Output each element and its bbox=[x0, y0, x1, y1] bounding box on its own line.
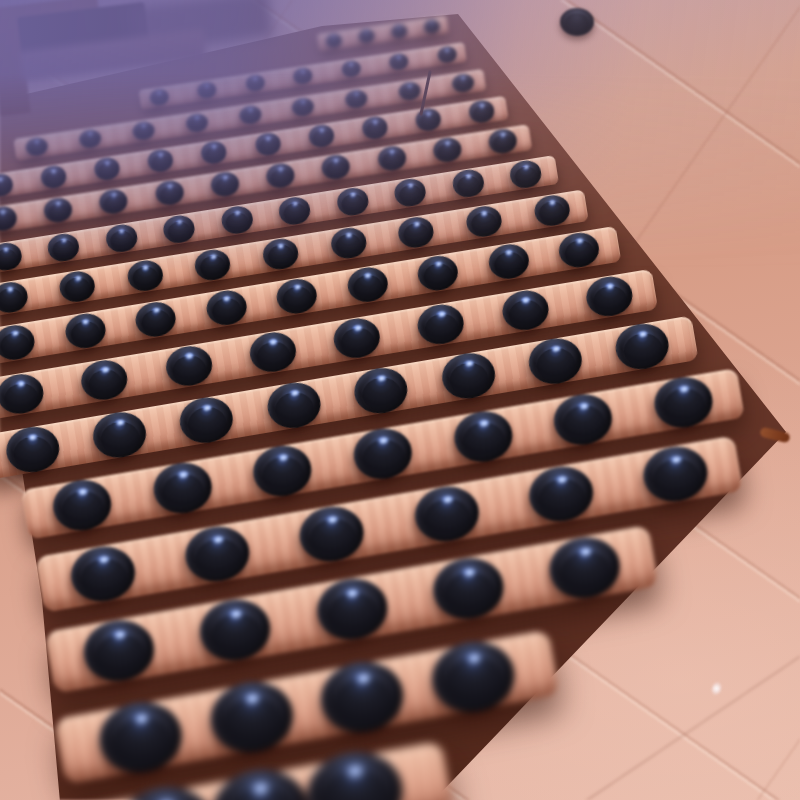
stone-glyph: ● bbox=[50, 480, 114, 531]
stone-glyph: ● bbox=[344, 89, 368, 108]
stone-glyph: ● bbox=[131, 121, 155, 140]
stone-glyph: ● bbox=[345, 267, 389, 302]
stone: ● bbox=[131, 120, 156, 142]
stone: ● bbox=[499, 287, 551, 333]
stone-glyph: ● bbox=[301, 750, 407, 800]
stone: ● bbox=[415, 253, 460, 293]
stone: ● bbox=[0, 241, 23, 272]
stone: ● bbox=[200, 140, 228, 165]
stone-glyph: ● bbox=[411, 486, 482, 543]
stone: ● bbox=[415, 301, 467, 347]
stone-glyph: ● bbox=[525, 466, 596, 523]
stone: ● bbox=[63, 311, 108, 351]
stone-glyph: ● bbox=[468, 101, 495, 123]
stone-glyph: ● bbox=[398, 82, 422, 101]
stone-glyph: ● bbox=[317, 661, 408, 734]
stone-glyph: ● bbox=[329, 228, 368, 259]
stone-glyph: ● bbox=[526, 337, 585, 384]
stone: ● bbox=[556, 230, 601, 270]
stone: ● bbox=[93, 156, 121, 181]
stone-glyph: ● bbox=[275, 279, 319, 314]
stone: ● bbox=[177, 393, 237, 446]
stone: ● bbox=[316, 655, 409, 738]
stone: ● bbox=[320, 153, 351, 181]
stone-glyph: ● bbox=[352, 367, 411, 414]
stone: ● bbox=[486, 242, 531, 282]
stone: ● bbox=[344, 88, 369, 110]
stone-glyph: ● bbox=[162, 215, 196, 242]
stone: ● bbox=[550, 390, 615, 448]
stone-glyph: ● bbox=[351, 428, 415, 479]
stone: ● bbox=[43, 196, 74, 224]
stone-glyph: ● bbox=[0, 373, 46, 413]
stone-glyph: ● bbox=[147, 150, 174, 172]
stone-glyph: ● bbox=[432, 138, 463, 162]
stone: ● bbox=[274, 276, 319, 316]
stone-glyph: ● bbox=[78, 129, 102, 148]
stone: ● bbox=[427, 635, 520, 718]
stone: ● bbox=[162, 213, 197, 244]
stone: ● bbox=[358, 28, 376, 44]
stone: ● bbox=[487, 127, 518, 155]
stone: ● bbox=[94, 696, 187, 779]
stone-glyph: ● bbox=[46, 234, 80, 261]
stone: ● bbox=[340, 60, 361, 79]
stone-glyph: ● bbox=[265, 164, 296, 188]
stone: ● bbox=[451, 167, 486, 198]
stone-glyph: ● bbox=[416, 304, 467, 344]
stone: ● bbox=[613, 319, 673, 372]
stone: ● bbox=[0, 280, 29, 315]
stone-glyph: ● bbox=[393, 179, 427, 206]
stone: ● bbox=[147, 148, 175, 173]
stone-glyph: ● bbox=[80, 620, 158, 682]
stone: ● bbox=[397, 80, 422, 102]
stone-glyph: ● bbox=[336, 188, 370, 215]
stone-glyph: ● bbox=[0, 325, 37, 360]
stone-glyph: ● bbox=[210, 172, 241, 196]
stone-glyph: ● bbox=[250, 445, 314, 496]
stone: ● bbox=[98, 188, 129, 216]
stone: ● bbox=[335, 186, 370, 217]
stone-glyph: ● bbox=[546, 537, 624, 599]
stone: ● bbox=[79, 615, 158, 686]
stone: ● bbox=[205, 676, 298, 759]
stone: ● bbox=[0, 323, 37, 363]
stone-glyph: ● bbox=[451, 411, 515, 462]
stone: ● bbox=[0, 370, 46, 416]
stone: ● bbox=[0, 173, 14, 198]
stone: ● bbox=[39, 165, 67, 190]
stone-glyph: ● bbox=[0, 174, 13, 196]
stone-glyph: ● bbox=[43, 198, 74, 222]
stone: ● bbox=[325, 33, 343, 49]
stone: ● bbox=[184, 112, 209, 134]
stone-glyph: ● bbox=[95, 701, 186, 774]
stone-glyph: ● bbox=[194, 250, 233, 281]
stone: ● bbox=[410, 482, 482, 547]
stone: ● bbox=[67, 542, 139, 607]
stone-glyph: ● bbox=[247, 332, 298, 372]
stone: ● bbox=[254, 132, 282, 157]
stone-glyph: ● bbox=[613, 323, 672, 370]
photo-stage: ●●●●●●●●●●●●●●●●●●●●●●●●●●●●●●●●●●●●●●●●… bbox=[0, 0, 800, 800]
stone: ● bbox=[296, 502, 368, 567]
stone: ● bbox=[90, 408, 150, 461]
stone-glyph: ● bbox=[451, 169, 485, 196]
stone-glyph: ● bbox=[308, 125, 335, 147]
stone: ● bbox=[350, 425, 415, 483]
stone-glyph: ● bbox=[292, 68, 313, 84]
stone: ● bbox=[428, 553, 507, 624]
stone: ● bbox=[532, 193, 571, 228]
stray-stone-glyph: ● bbox=[560, 10, 594, 34]
stone-glyph: ● bbox=[254, 133, 281, 155]
stone-glyph: ● bbox=[90, 411, 149, 458]
stone: ● bbox=[545, 532, 624, 603]
stone: ● bbox=[376, 145, 407, 173]
stone-glyph: ● bbox=[204, 290, 248, 325]
stone: ● bbox=[247, 329, 299, 375]
stone-glyph: ● bbox=[429, 557, 507, 619]
stone-walkway-mat: ●●●●●●●●●●●●●●●●●●●●●●●●●●●●●●●●●●●●●●●●… bbox=[0, 0, 800, 800]
stone-glyph: ● bbox=[397, 217, 436, 248]
stone: ● bbox=[436, 45, 457, 64]
stone-glyph: ● bbox=[98, 189, 129, 213]
stone-glyph: ● bbox=[423, 20, 440, 34]
stone-glyph: ● bbox=[0, 207, 18, 231]
stone-glyph: ● bbox=[0, 243, 23, 270]
stone: ● bbox=[154, 179, 185, 207]
stone: ● bbox=[277, 195, 312, 226]
stone: ● bbox=[438, 349, 498, 402]
stone: ● bbox=[133, 299, 178, 339]
stone-glyph: ● bbox=[182, 526, 253, 583]
stone: ● bbox=[583, 273, 635, 319]
stone-glyph: ● bbox=[584, 276, 635, 316]
stone: ● bbox=[58, 269, 97, 304]
stone-glyph: ● bbox=[261, 239, 300, 270]
stone: ● bbox=[264, 378, 324, 431]
stone-glyph: ● bbox=[500, 290, 551, 330]
stone-glyph: ● bbox=[358, 29, 375, 43]
stone: ● bbox=[49, 476, 114, 534]
stone: ● bbox=[509, 158, 544, 189]
stone-glyph: ● bbox=[207, 768, 313, 800]
stone: ● bbox=[193, 247, 232, 282]
stone: ● bbox=[250, 442, 315, 500]
stone-glyph: ● bbox=[436, 47, 457, 63]
stone-glyph: ● bbox=[428, 640, 519, 713]
stone-glyph: ● bbox=[185, 113, 209, 132]
stone: ● bbox=[291, 96, 316, 118]
stone: ● bbox=[238, 104, 263, 126]
stone-glyph: ● bbox=[487, 129, 518, 153]
stone: ● bbox=[639, 442, 711, 507]
stone: ● bbox=[150, 459, 215, 517]
stone: ● bbox=[125, 258, 164, 293]
stone-glyph: ● bbox=[150, 463, 214, 514]
stone: ● bbox=[331, 315, 383, 361]
stone-glyph: ● bbox=[93, 158, 120, 180]
stone: ● bbox=[451, 72, 476, 94]
stone-glyph: ● bbox=[104, 224, 138, 251]
stone-glyph: ● bbox=[532, 195, 571, 226]
stone-glyph: ● bbox=[376, 146, 407, 170]
stone-glyph: ● bbox=[325, 34, 342, 48]
stone: ● bbox=[292, 67, 313, 86]
stone-glyph: ● bbox=[313, 578, 391, 640]
stone: ● bbox=[307, 124, 335, 149]
stone: ● bbox=[525, 334, 585, 387]
stone: ● bbox=[329, 226, 368, 261]
stone: ● bbox=[450, 408, 515, 466]
stone: ● bbox=[312, 574, 391, 645]
stone: ● bbox=[345, 265, 390, 305]
stone: ● bbox=[79, 357, 131, 403]
stone-glyph: ● bbox=[278, 197, 312, 224]
stone-glyph: ● bbox=[196, 599, 274, 661]
stone: ● bbox=[104, 222, 139, 253]
stone-glyph: ● bbox=[79, 359, 130, 399]
stone-glyph: ● bbox=[486, 244, 530, 279]
stone-glyph: ● bbox=[291, 97, 315, 116]
stone-glyph: ● bbox=[0, 282, 29, 313]
stone-glyph: ● bbox=[388, 54, 409, 70]
stone: ● bbox=[390, 23, 408, 39]
stone: ● bbox=[393, 177, 428, 208]
stone-glyph: ● bbox=[206, 681, 297, 754]
stone: ● bbox=[431, 136, 462, 164]
stone-glyph: ● bbox=[238, 105, 262, 124]
stone: ● bbox=[361, 115, 389, 140]
stone-glyph: ● bbox=[640, 446, 711, 503]
stone-glyph: ● bbox=[200, 142, 227, 164]
stone: ● bbox=[651, 373, 716, 431]
stone-glyph: ● bbox=[551, 394, 615, 445]
stone: ● bbox=[265, 162, 296, 190]
stone: ● bbox=[24, 136, 49, 158]
stone-glyph: ● bbox=[40, 166, 67, 188]
stone: ● bbox=[196, 595, 275, 666]
stone: ● bbox=[2, 423, 62, 476]
stone: ● bbox=[423, 19, 441, 35]
stone-glyph: ● bbox=[361, 117, 388, 139]
stone: ● bbox=[388, 52, 409, 71]
stone: ● bbox=[261, 237, 300, 272]
stone-glyph: ● bbox=[63, 313, 107, 348]
stone: ● bbox=[0, 205, 18, 233]
stone: ● bbox=[46, 232, 81, 263]
stone: ● bbox=[78, 128, 103, 150]
stone-glyph: ● bbox=[340, 61, 361, 77]
stone: ● bbox=[396, 215, 435, 250]
stone-glyph: ● bbox=[509, 160, 543, 187]
stone-glyph: ● bbox=[465, 206, 504, 237]
stone: ● bbox=[163, 343, 215, 389]
stone-glyph: ● bbox=[439, 352, 498, 399]
stone-glyph: ● bbox=[557, 233, 601, 268]
stone-glyph: ● bbox=[58, 271, 97, 302]
stone-glyph: ● bbox=[651, 377, 715, 428]
stone: ● bbox=[464, 204, 503, 239]
stone: ● bbox=[209, 170, 240, 198]
stone: ● bbox=[525, 462, 597, 527]
stone: ● bbox=[181, 522, 253, 587]
stone: ● bbox=[220, 204, 255, 235]
stone-glyph: ● bbox=[390, 24, 407, 38]
stone-glyph: ● bbox=[416, 256, 460, 291]
stone-glyph: ● bbox=[134, 302, 178, 337]
stone: ● bbox=[351, 364, 411, 417]
stone: ● bbox=[204, 288, 249, 328]
stone-glyph: ● bbox=[25, 137, 49, 156]
stone-glyph: ● bbox=[154, 181, 185, 205]
stone-glyph: ● bbox=[451, 74, 475, 93]
stone-glyph: ● bbox=[332, 318, 383, 358]
stone-glyph: ● bbox=[264, 382, 323, 429]
stone-glyph: ● bbox=[177, 396, 236, 443]
stone: ● bbox=[415, 107, 443, 132]
stone-glyph: ● bbox=[3, 426, 62, 473]
stone-glyph: ● bbox=[220, 206, 254, 233]
stone-glyph: ● bbox=[296, 506, 367, 563]
stray-stone: ● bbox=[560, 8, 594, 36]
stone-glyph: ● bbox=[68, 546, 139, 603]
stone-glyph: ● bbox=[321, 155, 352, 179]
stone: ● bbox=[468, 99, 496, 124]
stone-glyph: ● bbox=[163, 345, 214, 385]
stone-glyph: ● bbox=[126, 261, 165, 292]
